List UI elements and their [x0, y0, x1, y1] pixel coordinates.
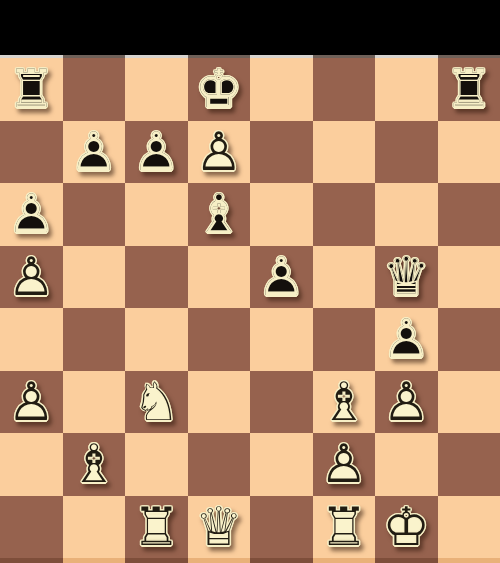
square-b7[interactable]: ♟♙: [63, 121, 126, 184]
square-f5[interactable]: [313, 246, 376, 309]
piece-stroke-glyph: ♕: [192, 499, 245, 555]
square-g4[interactable]: ♟♙: [375, 308, 438, 371]
piece-stroke-glyph: ♕: [380, 249, 433, 305]
square-e7[interactable]: [250, 121, 313, 184]
square-g2[interactable]: [375, 433, 438, 496]
black-pawn[interactable]: ♟♙: [67, 124, 120, 180]
square-f4[interactable]: [313, 308, 376, 371]
square-c3[interactable]: ♞♘: [125, 371, 188, 434]
piece-stroke-glyph: ♙: [5, 374, 58, 430]
square-a4[interactable]: [0, 308, 63, 371]
piece-stroke-glyph: ♙: [192, 124, 245, 180]
square-e3[interactable]: [250, 371, 313, 434]
top-letterbox: [0, 0, 500, 55]
square-h7[interactable]: [438, 121, 500, 184]
square-c6[interactable]: [125, 183, 188, 246]
square-f1[interactable]: ♜♖: [313, 496, 376, 559]
square-e1[interactable]: [250, 496, 313, 559]
edge-cell: [63, 558, 126, 563]
square-e6[interactable]: [250, 183, 313, 246]
square-f2[interactable]: ♟♙: [313, 433, 376, 496]
square-g6[interactable]: [375, 183, 438, 246]
black-rook[interactable]: ♜♖: [5, 61, 58, 117]
piece-stroke-glyph: ♖: [317, 499, 370, 555]
square-e5[interactable]: ♟♙: [250, 246, 313, 309]
square-f7[interactable]: [313, 121, 376, 184]
square-d2[interactable]: [188, 433, 251, 496]
white-pawn[interactable]: ♟♙: [380, 374, 433, 430]
square-f3[interactable]: ♝♗: [313, 371, 376, 434]
square-c2[interactable]: [125, 433, 188, 496]
piece-stroke-glyph: ♙: [5, 186, 58, 242]
square-h1[interactable]: [438, 496, 500, 559]
edge-cell: [375, 558, 438, 563]
square-b6[interactable]: [63, 183, 126, 246]
square-c4[interactable]: [125, 308, 188, 371]
white-pawn[interactable]: ♟♙: [5, 249, 58, 305]
square-a1[interactable]: [0, 496, 63, 559]
square-d1[interactable]: ♛♕: [188, 496, 251, 559]
square-c1[interactable]: ♜♖: [125, 496, 188, 559]
white-pawn[interactable]: ♟♙: [192, 124, 245, 180]
edge-cell: [250, 558, 313, 563]
square-f8[interactable]: [313, 58, 376, 121]
square-a8[interactable]: ♜♖: [0, 58, 63, 121]
black-king[interactable]: ♚♔: [192, 61, 245, 117]
edge-cell: [313, 558, 376, 563]
piece-stroke-glyph: ♙: [317, 436, 370, 492]
piece-stroke-glyph: ♙: [380, 374, 433, 430]
square-h6[interactable]: [438, 183, 500, 246]
square-e4[interactable]: [250, 308, 313, 371]
app-window: ♜♖♚♔♜♖♟♙♟♙♟♙♟♙♝♗♟♙♟♙♛♕♟♙♟♙♞♘♝♗♟♙♝♗♟♙♜♖♛♕…: [0, 0, 500, 563]
piece-stroke-glyph: ♙: [67, 124, 120, 180]
piece-stroke-glyph: ♔: [380, 499, 433, 555]
square-h5[interactable]: [438, 246, 500, 309]
square-h2[interactable]: [438, 433, 500, 496]
white-bishop[interactable]: ♝♗: [317, 374, 370, 430]
white-rook[interactable]: ♜♖: [130, 499, 183, 555]
square-b4[interactable]: [63, 308, 126, 371]
piece-stroke-glyph: ♙: [380, 311, 433, 367]
square-a2[interactable]: [0, 433, 63, 496]
chess-board: ♜♖♚♔♜♖♟♙♟♙♟♙♟♙♝♗♟♙♟♙♛♕♟♙♟♙♞♘♝♗♟♙♝♗♟♙♜♖♛♕…: [0, 58, 500, 558]
square-d4[interactable]: [188, 308, 251, 371]
square-g7[interactable]: [375, 121, 438, 184]
square-e2[interactable]: [250, 433, 313, 496]
white-rook[interactable]: ♜♖: [317, 499, 370, 555]
square-h4[interactable]: [438, 308, 500, 371]
square-a5[interactable]: ♟♙: [0, 246, 63, 309]
piece-stroke-glyph: ♖: [5, 61, 58, 117]
white-pawn[interactable]: ♟♙: [5, 374, 58, 430]
square-g5[interactable]: ♛♕: [375, 246, 438, 309]
square-d8[interactable]: ♚♔: [188, 58, 251, 121]
square-b3[interactable]: [63, 371, 126, 434]
edge-cell: [125, 558, 188, 563]
square-h3[interactable]: [438, 371, 500, 434]
piece-stroke-glyph: ♖: [130, 499, 183, 555]
square-b2[interactable]: ♝♗: [63, 433, 126, 496]
square-c5[interactable]: [125, 246, 188, 309]
black-pawn[interactable]: ♟♙: [255, 249, 308, 305]
square-d5[interactable]: [188, 246, 251, 309]
square-b5[interactable]: [63, 246, 126, 309]
square-g3[interactable]: ♟♙: [375, 371, 438, 434]
black-queen[interactable]: ♛♕: [380, 249, 433, 305]
square-d7[interactable]: ♟♙: [188, 121, 251, 184]
piece-stroke-glyph: ♖: [442, 61, 495, 117]
edge-cell: [0, 558, 63, 563]
black-pawn[interactable]: ♟♙: [380, 311, 433, 367]
piece-stroke-glyph: ♗: [317, 374, 370, 430]
white-king[interactable]: ♚♔: [380, 499, 433, 555]
piece-stroke-glyph: ♙: [130, 124, 183, 180]
black-pawn[interactable]: ♟♙: [130, 124, 183, 180]
square-b1[interactable]: [63, 496, 126, 559]
square-e8[interactable]: [250, 58, 313, 121]
black-rook[interactable]: ♜♖: [442, 61, 495, 117]
square-d6[interactable]: ♝♗: [188, 183, 251, 246]
square-b8[interactable]: [63, 58, 126, 121]
piece-stroke-glyph: ♘: [130, 374, 183, 430]
square-g1[interactable]: ♚♔: [375, 496, 438, 559]
square-c7[interactable]: ♟♙: [125, 121, 188, 184]
piece-stroke-glyph: ♔: [192, 61, 245, 117]
square-a7[interactable]: [0, 121, 63, 184]
piece-stroke-glyph: ♙: [255, 249, 308, 305]
square-c8[interactable]: [125, 58, 188, 121]
white-queen[interactable]: ♛♕: [192, 499, 245, 555]
white-knight[interactable]: ♞♘: [130, 374, 183, 430]
square-h8[interactable]: ♜♖: [438, 58, 500, 121]
square-a6[interactable]: ♟♙: [0, 183, 63, 246]
square-a3[interactable]: ♟♙: [0, 371, 63, 434]
piece-stroke-glyph: ♗: [192, 186, 245, 242]
edge-cell: [438, 558, 500, 563]
piece-stroke-glyph: ♙: [5, 249, 58, 305]
square-g8[interactable]: [375, 58, 438, 121]
white-bishop[interactable]: ♝♗: [67, 436, 120, 492]
square-f6[interactable]: [313, 183, 376, 246]
black-pawn[interactable]: ♟♙: [5, 186, 58, 242]
white-pawn[interactable]: ♟♙: [317, 436, 370, 492]
piece-stroke-glyph: ♗: [67, 436, 120, 492]
edge-cell: [188, 558, 251, 563]
board-bottom-edge: [0, 558, 500, 563]
square-d3[interactable]: [188, 371, 251, 434]
black-bishop[interactable]: ♝♗: [192, 186, 245, 242]
